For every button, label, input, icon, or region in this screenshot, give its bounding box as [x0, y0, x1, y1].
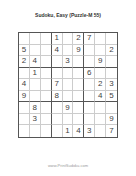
cell-r4c1 [19, 68, 30, 80]
cell-r1c9 [106, 33, 117, 45]
cell-r9c2 [30, 125, 41, 137]
cell-r4c5 [63, 68, 74, 80]
cell-r1c2 [30, 33, 41, 45]
cell-r8c6 [73, 114, 84, 126]
cell-r7c3 [41, 102, 52, 114]
cell-r3c5: 3 [63, 56, 74, 68]
cell-r9c7: 3 [84, 125, 95, 137]
cell-r6c9: 5 [106, 91, 117, 103]
cell-r2c7 [84, 45, 95, 57]
cell-r5c3 [41, 79, 52, 91]
cell-r8c9: 9 [106, 114, 117, 126]
cell-r1c5 [63, 33, 74, 45]
cell-r1c3 [41, 33, 52, 45]
cell-r5c4: 7 [52, 79, 63, 91]
cell-r5c6 [73, 79, 84, 91]
cell-r3c1: 2 [19, 56, 30, 68]
cell-r3c9 [106, 56, 117, 68]
cell-r6c4: 8 [52, 91, 63, 103]
cell-r8c4 [52, 114, 63, 126]
cell-r4c8 [95, 68, 106, 80]
cell-r2c9: 2 [106, 45, 117, 57]
cell-r5c1: 4 [19, 79, 30, 91]
sudoku-board: 12754922439164723984589391437 [18, 32, 118, 138]
cell-r7c6 [73, 102, 84, 114]
cell-r7c8 [95, 102, 106, 114]
cell-r5c2 [30, 79, 41, 91]
cell-r4c7: 6 [84, 68, 95, 80]
cell-r9c8 [95, 125, 106, 137]
cell-r6c3 [41, 91, 52, 103]
cell-r5c7 [84, 79, 95, 91]
cell-r7c9 [106, 102, 117, 114]
cell-r7c1 [19, 102, 30, 114]
cell-r9c6: 4 [73, 125, 84, 137]
cell-r9c4 [52, 125, 63, 137]
cell-r7c4 [52, 102, 63, 114]
cell-r7c7 [84, 102, 95, 114]
cell-r3c6 [73, 56, 84, 68]
cell-r2c4: 4 [52, 45, 63, 57]
cell-r3c2: 4 [30, 56, 41, 68]
cell-r5c9: 3 [106, 79, 117, 91]
cell-r9c3 [41, 125, 52, 137]
cell-r9c5: 1 [63, 125, 74, 137]
cell-r1c7: 7 [84, 33, 95, 45]
cell-r5c5 [63, 79, 74, 91]
cell-r8c1 [19, 114, 30, 126]
footer-url: www.PrintSudoku.com [0, 163, 136, 169]
cell-r1c8 [95, 33, 106, 45]
page-title: Sudoku, Easy (Puzzle-M 55) [0, 12, 136, 19]
cell-r8c2: 3 [30, 114, 41, 126]
cell-r3c8: 9 [95, 56, 106, 68]
cell-r9c1 [19, 125, 30, 137]
printable-sudoku-page: Sudoku, Easy (Puzzle-M 55) 1275492243916… [0, 0, 136, 176]
cell-r3c3 [41, 56, 52, 68]
cell-r1c4: 1 [52, 33, 63, 45]
cell-r8c5 [63, 114, 74, 126]
cell-r2c1: 5 [19, 45, 30, 57]
cell-r4c6 [73, 68, 84, 80]
cell-r5c8: 2 [95, 79, 106, 91]
cell-r6c6 [73, 91, 84, 103]
cell-r7c5: 9 [63, 102, 74, 114]
cell-r8c8 [95, 114, 106, 126]
cell-r8c7 [84, 114, 95, 126]
cell-r9c9: 7 [106, 125, 117, 137]
cell-r2c6: 9 [73, 45, 84, 57]
cell-r2c5 [63, 45, 74, 57]
cell-r6c1: 9 [19, 91, 30, 103]
cell-r2c3 [41, 45, 52, 57]
cell-r8c3 [41, 114, 52, 126]
cell-r6c5 [63, 91, 74, 103]
cell-r6c8: 4 [95, 91, 106, 103]
cell-r6c7 [84, 91, 95, 103]
cell-r7c2: 8 [30, 102, 41, 114]
cell-r4c3 [41, 68, 52, 80]
cell-r2c8 [95, 45, 106, 57]
cell-r4c2: 1 [30, 68, 41, 80]
cell-r6c2 [30, 91, 41, 103]
cell-r3c4 [52, 56, 63, 68]
cell-r4c4 [52, 68, 63, 80]
cell-r3c7 [84, 56, 95, 68]
cell-r1c1 [19, 33, 30, 45]
cell-r1c6: 2 [73, 33, 84, 45]
cell-r4c9 [106, 68, 117, 80]
cell-r2c2 [30, 45, 41, 57]
